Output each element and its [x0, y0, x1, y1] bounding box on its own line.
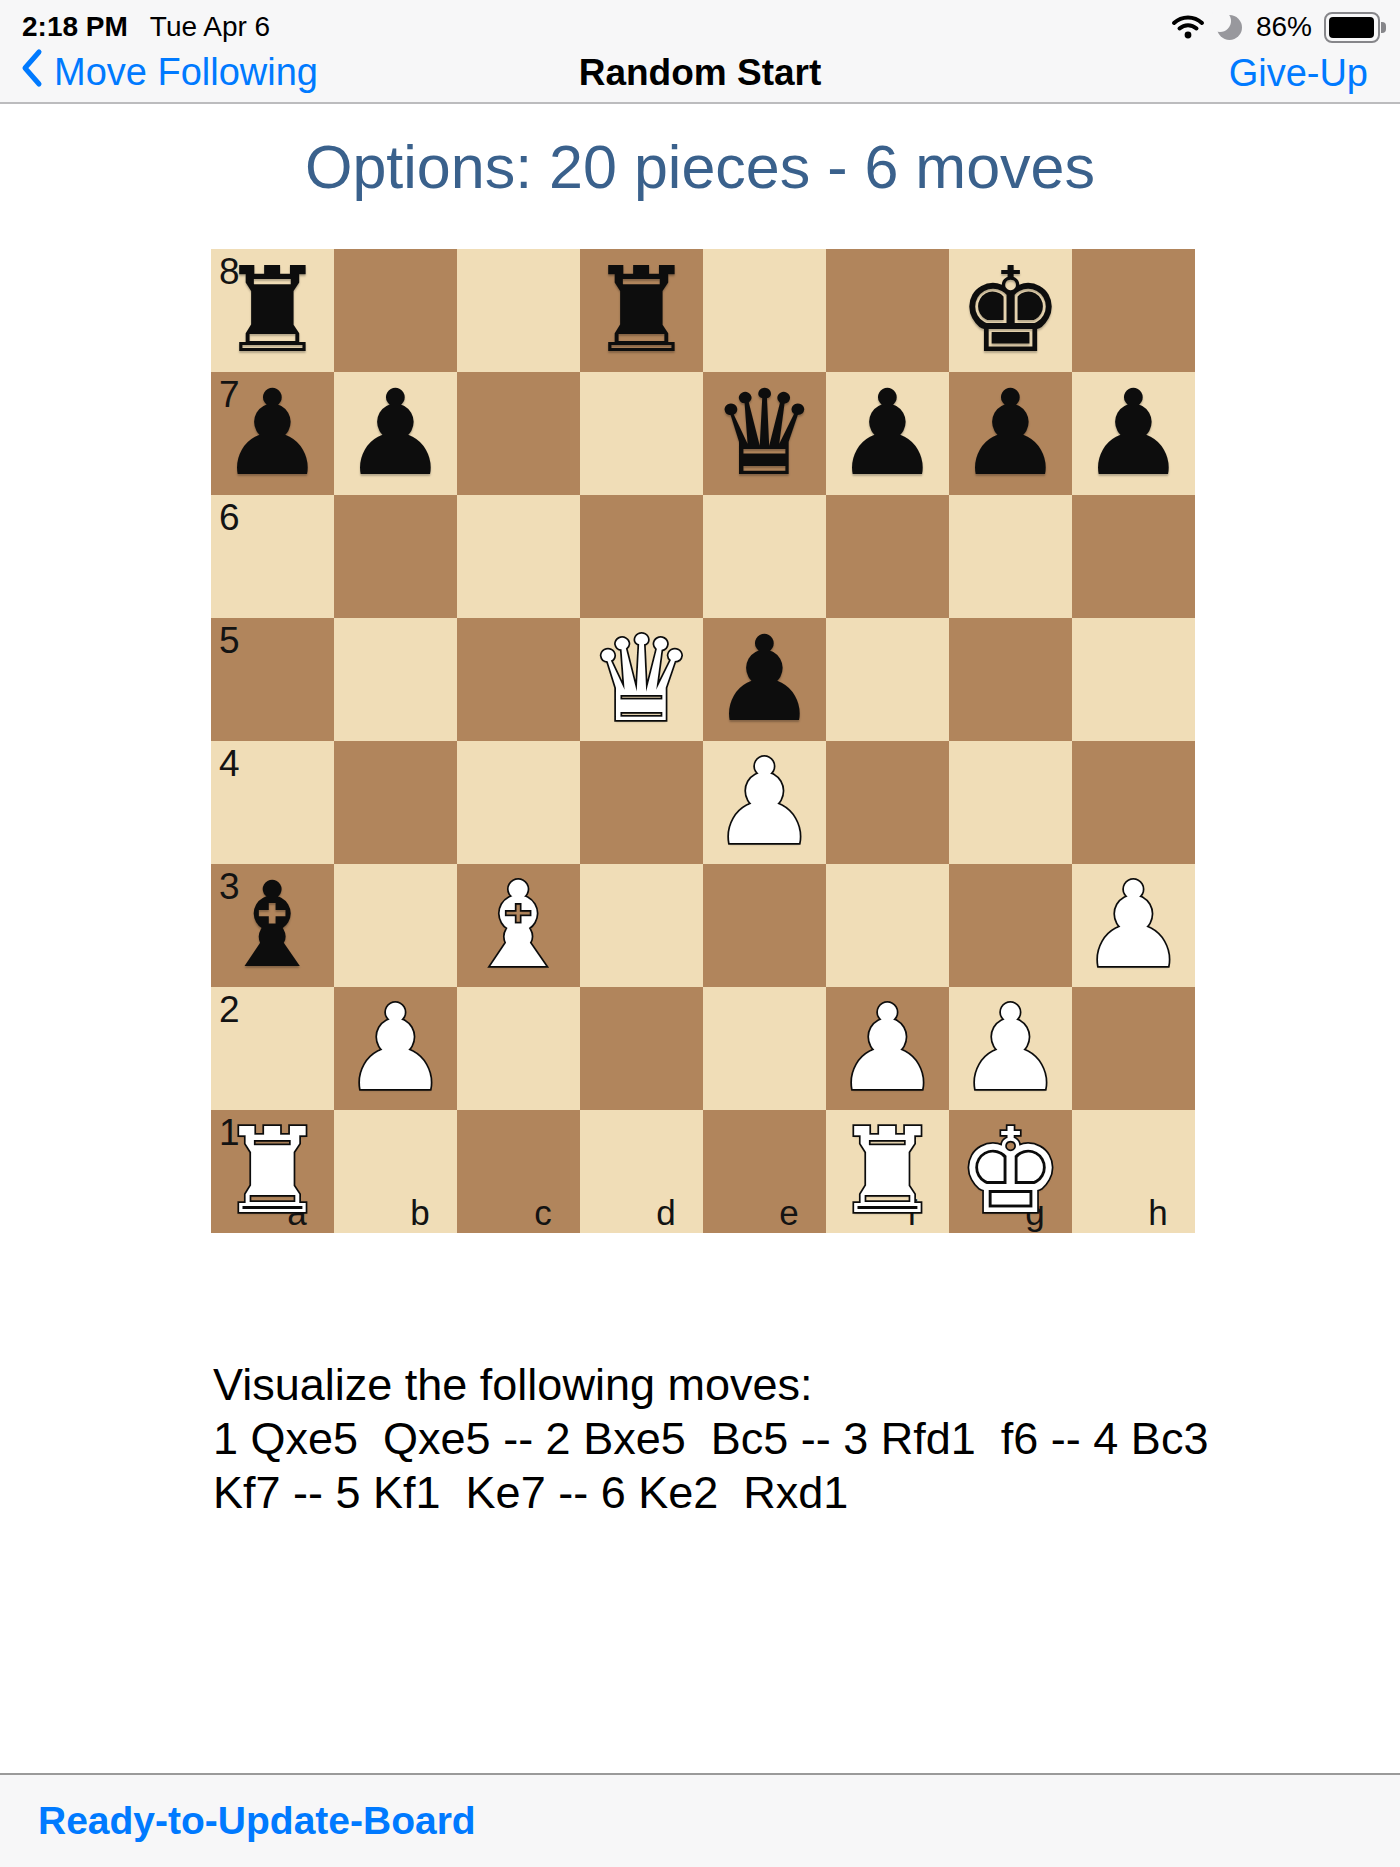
square-b7: ♟: [334, 372, 457, 495]
file-label-h: h: [1148, 1193, 1167, 1233]
square-a1: 1a♜: [211, 1110, 334, 1233]
square-c6: [457, 495, 580, 618]
square-f1: f♜: [826, 1110, 949, 1233]
page-title: Random Start: [0, 52, 1400, 94]
square-g4: [949, 741, 1072, 864]
moves-instructions: Visualize the following moves: 1 Qxe5 Qx…: [213, 1358, 1213, 1520]
moon-icon: [1217, 15, 1242, 40]
square-g3: [949, 864, 1072, 987]
square-d7: [580, 372, 703, 495]
black-pawn-b7: ♟: [334, 372, 457, 495]
square-g8: ♚: [949, 249, 1072, 372]
square-b8: [334, 249, 457, 372]
square-f8: [826, 249, 949, 372]
black-pawn-g7: ♟: [949, 372, 1072, 495]
square-b2: ♟: [334, 987, 457, 1110]
square-c3: ♝: [457, 864, 580, 987]
square-c1: c: [457, 1110, 580, 1233]
square-g5: [949, 618, 1072, 741]
white-queen-d5: ♛: [580, 618, 703, 741]
square-b3: [334, 864, 457, 987]
file-label-c: c: [534, 1193, 552, 1233]
black-queen-e7: ♛: [703, 372, 826, 495]
square-c8: [457, 249, 580, 372]
battery-nub: [1381, 22, 1386, 33]
square-e8: [703, 249, 826, 372]
square-f4: [826, 741, 949, 864]
options-heading: Options: 20 pieces - 6 moves: [0, 132, 1400, 202]
rank-label-6: 6: [219, 497, 240, 539]
black-rook-a8: ♜: [211, 249, 334, 372]
square-a2: 2: [211, 987, 334, 1110]
square-f7: ♟: [826, 372, 949, 495]
square-a4: 4: [211, 741, 334, 864]
square-g1: g♚: [949, 1110, 1072, 1233]
square-c5: [457, 618, 580, 741]
chess-board: 8♜♜♚7♟♟♛♟♟♟65♛♟4♟3♝♝♟2♟♟♟1a♜bcdef♜g♚h: [211, 249, 1195, 1233]
wifi-icon: [1171, 14, 1205, 40]
square-c4: [457, 741, 580, 864]
square-g6: [949, 495, 1072, 618]
nav-bar: Move Following Random Start Give-Up: [0, 46, 1400, 108]
square-f5: [826, 618, 949, 741]
status-time: 2:18 PM: [22, 11, 128, 43]
square-h5: [1072, 618, 1195, 741]
footer-bar: Ready-to-Update-Board: [0, 1773, 1400, 1867]
square-d3: [580, 864, 703, 987]
square-h8: [1072, 249, 1195, 372]
square-a7: 7♟: [211, 372, 334, 495]
square-h3: ♟: [1072, 864, 1195, 987]
square-f6: [826, 495, 949, 618]
square-d6: [580, 495, 703, 618]
square-e3: [703, 864, 826, 987]
square-h1: h: [1072, 1110, 1195, 1233]
square-e7: ♛: [703, 372, 826, 495]
black-pawn-h7: ♟: [1072, 372, 1195, 495]
square-c7: [457, 372, 580, 495]
battery-icon: [1324, 12, 1380, 43]
square-g2: ♟: [949, 987, 1072, 1110]
file-label-e: e: [779, 1193, 798, 1233]
battery-fill: [1329, 17, 1374, 38]
square-a5: 5: [211, 618, 334, 741]
black-pawn-a7: ♟: [211, 372, 334, 495]
white-king-g1: ♚: [949, 1110, 1072, 1233]
square-d4: [580, 741, 703, 864]
square-h2: [1072, 987, 1195, 1110]
white-pawn-g2: ♟: [949, 987, 1072, 1110]
black-king-g8: ♚: [949, 249, 1072, 372]
square-h6: [1072, 495, 1195, 618]
square-e1: e: [703, 1110, 826, 1233]
white-pawn-e4: ♟: [703, 741, 826, 864]
white-bishop-c3: ♝: [457, 864, 580, 987]
square-g7: ♟: [949, 372, 1072, 495]
square-a3: 3♝: [211, 864, 334, 987]
square-f2: ♟: [826, 987, 949, 1110]
white-pawn-h3: ♟: [1072, 864, 1195, 987]
white-pawn-f2: ♟: [826, 987, 949, 1110]
status-right: 86%: [1171, 11, 1380, 43]
black-pawn-f7: ♟: [826, 372, 949, 495]
file-label-b: b: [410, 1193, 429, 1233]
square-e4: ♟: [703, 741, 826, 864]
white-pawn-b2: ♟: [334, 987, 457, 1110]
instructions-title: Visualize the following moves:: [213, 1358, 1213, 1412]
status-date: Tue Apr 6: [150, 11, 270, 43]
square-e5: ♟: [703, 618, 826, 741]
square-a8: 8♜: [211, 249, 334, 372]
square-b5: [334, 618, 457, 741]
moves-line-1: 1 Qxe5 Qxe5 -- 2 Bxe5 Bc5 -- 3 Rfd1 f6 -…: [213, 1412, 1213, 1466]
rank-label-5: 5: [219, 620, 240, 662]
square-a6: 6: [211, 495, 334, 618]
battery-percent: 86%: [1256, 11, 1312, 43]
give-up-button[interactable]: Give-Up: [1229, 52, 1368, 95]
file-label-d: d: [656, 1193, 675, 1233]
black-pawn-e5: ♟: [703, 618, 826, 741]
square-f3: [826, 864, 949, 987]
square-d2: [580, 987, 703, 1110]
top-bar: 2:18 PM Tue Apr 6 86%: [0, 0, 1400, 104]
square-b4: [334, 741, 457, 864]
moves-line-2: Kf7 -- 5 Kf1 Ke7 -- 6 Ke2 Rxd1: [213, 1466, 1213, 1520]
white-rook-a1: ♜: [211, 1110, 334, 1233]
square-b6: [334, 495, 457, 618]
rank-label-2: 2: [219, 989, 240, 1031]
black-bishop-a3: ♝: [211, 864, 334, 987]
square-h7: ♟: [1072, 372, 1195, 495]
black-rook-d8: ♜: [580, 249, 703, 372]
status-left: 2:18 PM Tue Apr 6: [22, 11, 270, 43]
square-c2: [457, 987, 580, 1110]
white-rook-f1: ♜: [826, 1110, 949, 1233]
square-h4: [1072, 741, 1195, 864]
square-b1: b: [334, 1110, 457, 1233]
status-bar: 2:18 PM Tue Apr 6 86%: [0, 0, 1400, 46]
rank-label-4: 4: [219, 743, 240, 785]
square-e2: [703, 987, 826, 1110]
square-d5: ♛: [580, 618, 703, 741]
ready-to-update-board-button[interactable]: Ready-to-Update-Board: [38, 1799, 476, 1843]
square-d1: d: [580, 1110, 703, 1233]
square-d8: ♜: [580, 249, 703, 372]
square-e6: [703, 495, 826, 618]
